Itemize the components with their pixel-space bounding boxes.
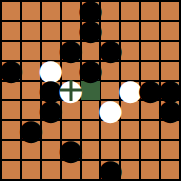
cell-r1c7[interactable] <box>141 22 159 40</box>
black-stone: ● <box>40 80 62 102</box>
cell-r7c1[interactable] <box>22 141 40 159</box>
cell-r2c8[interactable] <box>161 42 179 60</box>
cell-r6c0[interactable] <box>2 121 20 139</box>
black-stone: ● <box>20 119 42 141</box>
cell-r0c3[interactable] <box>62 2 80 20</box>
green-highlight-square <box>81 81 101 101</box>
cell-r7c7[interactable] <box>141 141 159 159</box>
cell-r4c6[interactable]: ● <box>121 82 139 100</box>
black-stone: ● <box>159 80 181 102</box>
cell-r5c1[interactable] <box>22 101 40 119</box>
cell-r6c6[interactable] <box>121 121 139 139</box>
cell-r3c3[interactable] <box>62 62 80 80</box>
cell-r6c8[interactable] <box>161 121 179 139</box>
cell-r1c4[interactable]: ● <box>82 22 100 40</box>
cell-r7c8[interactable] <box>161 141 179 159</box>
cell-r2c5[interactable]: ● <box>101 42 119 60</box>
black-stone: ● <box>159 99 181 121</box>
cell-r0c5[interactable] <box>101 2 119 20</box>
cell-r4c5[interactable] <box>101 82 119 100</box>
black-stone: ● <box>80 0 102 22</box>
black-stone: ● <box>80 20 102 42</box>
cell-r4c4[interactable] <box>82 82 100 100</box>
cell-r0c4[interactable]: ● <box>82 2 100 20</box>
cell-r3c5[interactable] <box>101 62 119 80</box>
cell-r5c0[interactable] <box>2 101 20 119</box>
cell-r0c7[interactable] <box>141 2 159 20</box>
cell-r6c5[interactable] <box>101 121 119 139</box>
black-stone: ● <box>0 60 22 82</box>
cell-r7c0[interactable] <box>2 141 20 159</box>
cell-r4c3[interactable]: ● <box>62 82 80 100</box>
cell-r6c3[interactable] <box>62 121 80 139</box>
cell-r5c8[interactable]: ● <box>161 101 179 119</box>
cell-r4c7[interactable]: ● <box>141 82 159 100</box>
cell-r2c3[interactable]: ● <box>62 42 80 60</box>
cell-r2c7[interactable] <box>141 42 159 60</box>
cell-r6c4[interactable] <box>82 121 100 139</box>
cell-r1c0[interactable] <box>2 22 20 40</box>
crosshair-cursor-icon <box>60 89 82 92</box>
cell-r8c3[interactable] <box>62 161 80 179</box>
cell-r3c6[interactable] <box>121 62 139 80</box>
cell-r4c0[interactable] <box>2 82 20 100</box>
cell-r8c0[interactable] <box>2 161 20 179</box>
cell-r5c6[interactable] <box>121 101 139 119</box>
cell-r5c5[interactable]: ● <box>101 101 119 119</box>
black-stone: ● <box>40 99 62 121</box>
cell-r8c7[interactable] <box>141 161 159 179</box>
cell-r1c5[interactable] <box>101 22 119 40</box>
cell-r2c2[interactable] <box>42 42 60 60</box>
cell-r6c1[interactable]: ● <box>22 121 40 139</box>
cell-r2c4[interactable] <box>82 42 100 60</box>
cell-r3c7[interactable] <box>141 62 159 80</box>
cell-r0c8[interactable] <box>161 2 179 20</box>
white-stone: ● <box>40 60 62 82</box>
cell-r7c6[interactable] <box>121 141 139 159</box>
cell-r3c8[interactable] <box>161 62 179 80</box>
cell-r4c8[interactable]: ● <box>161 82 179 100</box>
cell-r2c6[interactable] <box>121 42 139 60</box>
cell-r8c4[interactable] <box>82 161 100 179</box>
cell-r8c8[interactable] <box>161 161 179 179</box>
cell-r2c0[interactable] <box>2 42 20 60</box>
cell-r2c1[interactable] <box>22 42 40 60</box>
cell-r8c5[interactable]: ● <box>101 161 119 179</box>
cell-r0c2[interactable] <box>42 2 60 20</box>
cell-r7c4[interactable] <box>82 141 100 159</box>
white-stone: ● <box>119 80 141 102</box>
white-stone: ● <box>99 99 121 121</box>
cell-r5c4[interactable] <box>82 101 100 119</box>
cell-r1c8[interactable] <box>161 22 179 40</box>
black-stone: ● <box>60 139 82 161</box>
black-stone: ● <box>60 40 82 62</box>
cell-r5c3[interactable] <box>62 101 80 119</box>
cell-r8c1[interactable] <box>22 161 40 179</box>
cell-r7c3[interactable]: ● <box>62 141 80 159</box>
cell-r5c2[interactable]: ● <box>42 101 60 119</box>
cell-r6c2[interactable] <box>42 121 60 139</box>
black-stone: ● <box>80 60 102 82</box>
cell-r0c1[interactable] <box>22 2 40 20</box>
cell-r7c5[interactable] <box>101 141 119 159</box>
cell-r4c1[interactable] <box>22 82 40 100</box>
cell-r1c6[interactable] <box>121 22 139 40</box>
cell-r7c2[interactable] <box>42 141 60 159</box>
black-stone: ● <box>99 159 121 181</box>
cell-r1c2[interactable] <box>42 22 60 40</box>
black-stone: ● <box>99 40 121 62</box>
cell-r4c2[interactable]: ● <box>42 82 60 100</box>
cell-r3c1[interactable] <box>22 62 40 80</box>
cell-r3c2[interactable]: ● <box>42 62 60 80</box>
game-board: ●●●●●●●●●●●●●●●●●● <box>0 0 181 181</box>
black-stone: ● <box>139 80 161 102</box>
cell-r0c6[interactable] <box>121 2 139 20</box>
cell-r5c7[interactable] <box>141 101 159 119</box>
cell-r3c0[interactable]: ● <box>2 62 20 80</box>
cell-r3c4[interactable]: ● <box>82 62 100 80</box>
cell-r6c7[interactable] <box>141 121 159 139</box>
cell-r8c2[interactable] <box>42 161 60 179</box>
cell-r1c1[interactable] <box>22 22 40 40</box>
cell-r8c6[interactable] <box>121 161 139 179</box>
cell-r0c0[interactable] <box>2 2 20 20</box>
cell-r1c3[interactable] <box>62 22 80 40</box>
